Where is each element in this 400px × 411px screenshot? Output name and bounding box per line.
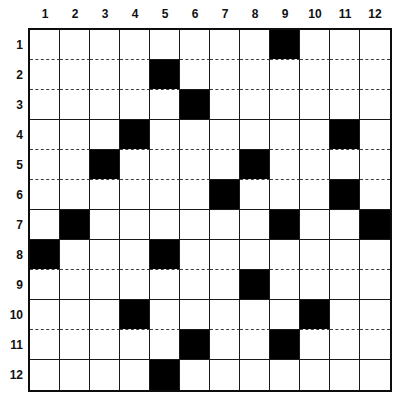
cell-r11c11[interactable]: [330, 329, 360, 360]
cell-r8c7[interactable]: [210, 240, 240, 270]
cell-r12c5-black[interactable]: [150, 360, 180, 390]
cell-r9c11[interactable]: [330, 269, 360, 300]
cell-r5c8-black[interactable]: [240, 150, 270, 180]
column-label-3: 3: [90, 7, 120, 25]
cell-r5c6[interactable]: [180, 149, 210, 180]
cell-r1c8[interactable]: [240, 30, 270, 60]
cell-r11c3[interactable]: [90, 329, 120, 360]
cell-r12c9[interactable]: [270, 360, 300, 390]
cell-r9c3[interactable]: [90, 269, 120, 300]
row-label-2: 2: [0, 60, 23, 90]
cell-r4c6[interactable]: [180, 120, 210, 150]
cell-r8c5-black[interactable]: [150, 240, 180, 270]
cell-r12c1[interactable]: [30, 360, 60, 390]
cell-r5c10[interactable]: [300, 149, 330, 180]
cell-r7c8[interactable]: [240, 210, 270, 240]
cell-r1c4[interactable]: [120, 30, 150, 60]
column-label-7: 7: [210, 7, 240, 25]
cell-r5c7[interactable]: [210, 149, 240, 180]
column-label-2: 2: [60, 7, 90, 25]
cell-r2c10[interactable]: [300, 59, 330, 90]
cell-r1c3[interactable]: [90, 30, 120, 60]
cell-r9c12[interactable]: [360, 269, 390, 300]
row-label-6: 6: [0, 180, 23, 210]
cell-r7c7[interactable]: [210, 210, 240, 240]
cell-r3c6-black[interactable]: [180, 90, 210, 120]
cell-r10c2[interactable]: [60, 300, 90, 330]
row-label-5: 5: [0, 150, 23, 180]
cell-r6c7-black[interactable]: [210, 180, 240, 210]
cell-r9c8-black[interactable]: [240, 270, 270, 300]
cell-r11c2[interactable]: [60, 329, 90, 360]
cell-r12c11[interactable]: [330, 360, 360, 390]
cell-r3c1[interactable]: [30, 89, 60, 120]
cell-r12c4[interactable]: [120, 360, 150, 390]
column-label-5: 5: [150, 7, 180, 25]
cell-r11c9-black[interactable]: [270, 330, 300, 360]
cell-r1c2[interactable]: [60, 30, 90, 60]
cell-r2c7[interactable]: [210, 59, 240, 90]
cell-r8c10[interactable]: [300, 240, 330, 270]
cell-r1c11[interactable]: [330, 30, 360, 60]
cell-r12c6[interactable]: [180, 360, 210, 390]
cell-r7c6[interactable]: [180, 210, 210, 240]
column-label-11: 11: [330, 7, 360, 25]
cell-r10c4-black[interactable]: [120, 300, 150, 330]
cell-r7c10[interactable]: [300, 210, 330, 240]
cell-r4c11-black[interactable]: [330, 120, 360, 150]
cell-r8c9[interactable]: [270, 240, 300, 270]
cell-r7c4[interactable]: [120, 210, 150, 240]
cell-r5c4[interactable]: [120, 149, 150, 180]
cell-r7c5[interactable]: [150, 210, 180, 240]
cell-r1c5[interactable]: [150, 30, 180, 60]
cell-r4c7[interactable]: [210, 120, 240, 150]
cell-r11c7[interactable]: [210, 329, 240, 360]
cell-r11c1[interactable]: [30, 329, 60, 360]
cell-r10c6[interactable]: [180, 300, 210, 330]
cell-r2c3[interactable]: [90, 59, 120, 90]
puzzle-page: 123456789101112 123456789101112: [0, 0, 400, 411]
cell-r7c11[interactable]: [330, 210, 360, 240]
cell-r2c2[interactable]: [60, 59, 90, 90]
cell-r2c8[interactable]: [240, 59, 270, 90]
cell-r5c5[interactable]: [150, 149, 180, 180]
cell-r5c2[interactable]: [60, 149, 90, 180]
cell-r3c12[interactable]: [360, 89, 390, 120]
cell-r11c10[interactable]: [300, 329, 330, 360]
cell-r8c6[interactable]: [180, 240, 210, 270]
cell-r2c1[interactable]: [30, 59, 60, 90]
cell-r5c11[interactable]: [330, 149, 360, 180]
cell-r10c10-black[interactable]: [300, 300, 330, 330]
cell-r3c10[interactable]: [300, 89, 330, 120]
cell-r2c12[interactable]: [360, 59, 390, 90]
cell-r9c6[interactable]: [180, 269, 210, 300]
column-label-4: 4: [120, 7, 150, 25]
row-label-11: 11: [0, 330, 23, 360]
puzzle-grid: [28, 28, 392, 392]
cell-r11c5[interactable]: [150, 329, 180, 360]
cell-r4c8[interactable]: [240, 120, 270, 150]
cell-r6c12[interactable]: [360, 179, 390, 210]
cell-r5c1[interactable]: [30, 149, 60, 180]
cell-r10c9[interactable]: [270, 300, 300, 330]
cell-r6c11-black[interactable]: [330, 180, 360, 210]
cell-r9c9[interactable]: [270, 269, 300, 300]
cell-r4c10[interactable]: [300, 120, 330, 150]
cell-r2c6[interactable]: [180, 59, 210, 90]
cell-r10c11[interactable]: [330, 300, 360, 330]
cell-r5c12[interactable]: [360, 149, 390, 180]
cell-r1c10[interactable]: [300, 30, 330, 60]
cell-r6c3[interactable]: [90, 179, 120, 210]
column-label-1: 1: [30, 7, 60, 25]
cell-r9c7[interactable]: [210, 269, 240, 300]
cell-r10c7[interactable]: [210, 300, 240, 330]
cell-r8c8[interactable]: [240, 240, 270, 270]
row-label-7: 7: [0, 210, 23, 240]
cell-r2c4[interactable]: [120, 59, 150, 90]
cell-r7c12-black[interactable]: [360, 210, 390, 240]
cell-r3c9[interactable]: [270, 89, 300, 120]
cell-r9c1[interactable]: [30, 269, 60, 300]
cell-r7c3[interactable]: [90, 210, 120, 240]
cell-r5c3-black[interactable]: [90, 150, 120, 180]
cell-r4c12[interactable]: [360, 120, 390, 150]
cell-r10c1[interactable]: [30, 300, 60, 330]
cell-r10c12[interactable]: [360, 300, 390, 330]
cell-r6c6[interactable]: [180, 179, 210, 210]
row-label-12: 12: [0, 360, 23, 390]
cell-r2c11[interactable]: [330, 59, 360, 90]
cell-r3c3[interactable]: [90, 89, 120, 120]
row-label-1: 1: [0, 30, 23, 60]
row-label-3: 3: [0, 90, 23, 120]
cell-r6c2[interactable]: [60, 179, 90, 210]
cell-r3c11[interactable]: [330, 89, 360, 120]
cell-r9c4[interactable]: [120, 269, 150, 300]
cell-r5c9[interactable]: [270, 149, 300, 180]
cell-r6c9[interactable]: [270, 179, 300, 210]
cell-r1c7[interactable]: [210, 30, 240, 60]
cell-r9c10[interactable]: [300, 269, 330, 300]
cell-r3c5[interactable]: [150, 89, 180, 120]
cell-r1c9-black[interactable]: [270, 30, 300, 60]
cell-r1c6[interactable]: [180, 30, 210, 60]
cell-r9c5[interactable]: [150, 269, 180, 300]
cell-r8c12[interactable]: [360, 240, 390, 270]
cell-r6c1[interactable]: [30, 179, 60, 210]
cell-r11c8[interactable]: [240, 329, 270, 360]
column-label-10: 10: [300, 7, 330, 25]
row-label-9: 9: [0, 270, 23, 300]
cell-r1c12[interactable]: [360, 30, 390, 60]
cell-r6c5[interactable]: [150, 179, 180, 210]
cell-r12c3[interactable]: [90, 360, 120, 390]
cell-r4c5[interactable]: [150, 120, 180, 150]
cell-r11c6-black[interactable]: [180, 330, 210, 360]
cell-r4c2[interactable]: [60, 120, 90, 150]
cell-r3c2[interactable]: [60, 89, 90, 120]
cell-r12c8[interactable]: [240, 360, 270, 390]
cell-r8c2[interactable]: [60, 240, 90, 270]
cell-r10c5[interactable]: [150, 300, 180, 330]
cell-r6c4[interactable]: [120, 179, 150, 210]
cell-r7c9-black[interactable]: [270, 210, 300, 240]
cell-r10c3[interactable]: [90, 300, 120, 330]
cell-r1c1[interactable]: [30, 30, 60, 60]
cell-r2c5-black[interactable]: [150, 60, 180, 90]
cell-r9c2[interactable]: [60, 269, 90, 300]
row-label-8: 8: [0, 240, 23, 270]
column-label-9: 9: [270, 7, 300, 25]
cell-r4c3[interactable]: [90, 120, 120, 150]
cell-r10c8[interactable]: [240, 300, 270, 330]
cell-r12c10[interactable]: [300, 360, 330, 390]
cell-r2c9[interactable]: [270, 59, 300, 90]
cell-r7c1[interactable]: [30, 210, 60, 240]
cell-r4c4-black[interactable]: [120, 120, 150, 150]
cell-r4c1[interactable]: [30, 120, 60, 150]
cell-r4c9[interactable]: [270, 120, 300, 150]
column-label-8: 8: [240, 7, 270, 25]
cell-r11c4[interactable]: [120, 329, 150, 360]
cell-r12c12[interactable]: [360, 360, 390, 390]
cell-r11c12[interactable]: [360, 329, 390, 360]
cell-r8c1-black[interactable]: [30, 240, 60, 270]
cell-r3c4[interactable]: [120, 89, 150, 120]
column-label-6: 6: [180, 7, 210, 25]
cell-r12c7[interactable]: [210, 360, 240, 390]
cell-r3c8[interactable]: [240, 89, 270, 120]
cell-r6c10[interactable]: [300, 179, 330, 210]
cell-r8c4[interactable]: [120, 240, 150, 270]
cell-r8c11[interactable]: [330, 240, 360, 270]
cell-r7c2-black[interactable]: [60, 210, 90, 240]
cell-r12c2[interactable]: [60, 360, 90, 390]
row-label-4: 4: [0, 120, 23, 150]
cell-r8c3[interactable]: [90, 240, 120, 270]
cell-r6c8[interactable]: [240, 179, 270, 210]
row-label-10: 10: [0, 300, 23, 330]
column-label-12: 12: [360, 7, 390, 25]
cell-r3c7[interactable]: [210, 89, 240, 120]
